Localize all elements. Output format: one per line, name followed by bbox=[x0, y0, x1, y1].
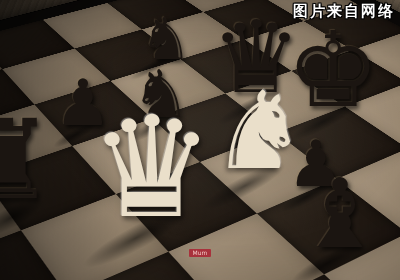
black-rook-left-edge: ♜ bbox=[0, 105, 55, 215]
chess-scene-photo: ♞ ♛ ♚ ♟ ♞ ♞ ♟ ♜ ♛ ♝ 图片来自网络 Mum bbox=[0, 0, 400, 280]
watermark-badge: Mum bbox=[189, 249, 211, 257]
white-queen: ♛ bbox=[89, 98, 215, 238]
black-bishop-bottom-right: ♝ bbox=[297, 166, 383, 262]
